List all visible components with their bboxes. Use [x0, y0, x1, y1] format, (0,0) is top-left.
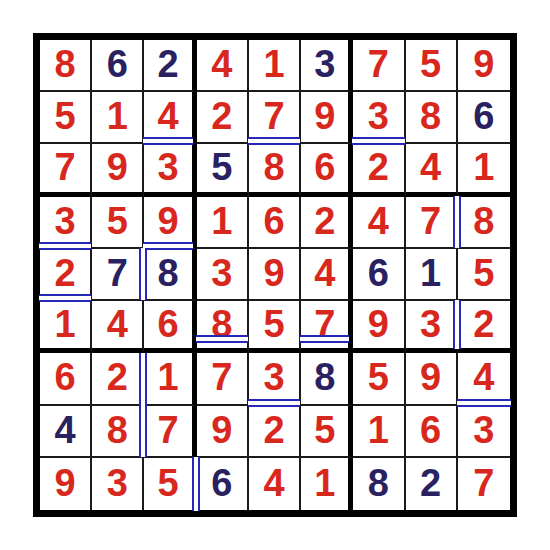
solved-digit: 1	[211, 202, 232, 242]
cell-r6c6[interactable]: 7	[301, 301, 353, 353]
cell-r1c9[interactable]: 9	[458, 40, 510, 92]
given-digit: 6	[473, 97, 494, 137]
solved-digit: 8	[55, 45, 76, 85]
sudoku-board: 8624137595142793867935862413591624782783…	[33, 33, 517, 517]
solved-digit: 8	[107, 411, 128, 451]
solved-digit: 9	[368, 305, 389, 345]
cell-r4c2[interactable]: 5	[92, 197, 144, 249]
cell-r7c6[interactable]: 8	[301, 353, 353, 405]
cell-r7c9[interactable]: 4	[458, 353, 510, 405]
cell-r9c7[interactable]: 8	[353, 458, 405, 510]
solved-digit: 1	[157, 358, 178, 398]
solved-digit: 3	[55, 202, 76, 242]
given-digit: 6	[211, 464, 232, 504]
cell-r8c2[interactable]: 8	[92, 406, 144, 458]
solved-digit: 4	[368, 202, 389, 242]
cell-r9c6[interactable]: 1	[301, 458, 353, 510]
cell-r4c4[interactable]: 1	[197, 197, 249, 249]
cell-r6c8[interactable]: 3	[406, 301, 458, 353]
solved-digit: 3	[157, 148, 178, 188]
cell-r4c3[interactable]: 9	[144, 197, 196, 249]
cell-r1c8[interactable]: 5	[406, 40, 458, 92]
cell-r3c8[interactable]: 4	[406, 144, 458, 196]
cell-r2c7[interactable]: 3	[353, 92, 405, 144]
cell-r8c4[interactable]: 9	[197, 406, 249, 458]
cell-r3c5[interactable]: 8	[249, 144, 301, 196]
solved-digit: 2	[263, 411, 284, 451]
solved-digit: 9	[263, 254, 284, 294]
cell-r2c1[interactable]: 5	[40, 92, 92, 144]
solved-digit: 6	[263, 202, 284, 242]
cell-r2c9[interactable]: 6	[458, 92, 510, 144]
given-digit: 6	[368, 254, 389, 294]
cell-r7c1[interactable]: 6	[40, 353, 92, 405]
cell-r6c7[interactable]: 9	[353, 301, 405, 353]
given-digit: 2	[157, 45, 178, 85]
cell-r8c6[interactable]: 5	[301, 406, 353, 458]
cell-r3c4[interactable]: 5	[197, 144, 249, 196]
solved-digit: 3	[473, 411, 494, 451]
cell-r5c6[interactable]: 4	[301, 249, 353, 301]
solved-digit: 5	[157, 464, 178, 504]
given-digit: 6	[107, 45, 128, 85]
given-digit: 2	[420, 464, 441, 504]
cell-r9c8[interactable]: 2	[406, 458, 458, 510]
solved-digit: 9	[211, 411, 232, 451]
cell-r6c2[interactable]: 4	[92, 301, 144, 353]
cell-r9c3[interactable]: 5	[144, 458, 196, 510]
solved-digit: 6	[420, 411, 441, 451]
solved-digit: 8	[420, 97, 441, 137]
solved-digit: 4	[157, 97, 178, 137]
solved-digit: 7	[368, 45, 389, 85]
cell-r4c8[interactable]: 7	[406, 197, 458, 249]
solved-digit: 2	[55, 254, 76, 294]
solved-digit: 5	[420, 45, 441, 85]
cell-r5c8[interactable]: 1	[406, 249, 458, 301]
cell-r8c5[interactable]: 2	[249, 406, 301, 458]
solved-digit: 5	[473, 254, 494, 294]
solved-digit: 3	[420, 305, 441, 345]
solved-digit: 4	[211, 45, 232, 85]
cell-r1c6[interactable]: 3	[301, 40, 353, 92]
solved-digit: 5	[107, 202, 128, 242]
given-digit: 8	[368, 464, 389, 504]
cell-r1c2[interactable]: 6	[92, 40, 144, 92]
cell-r2c8[interactable]: 8	[406, 92, 458, 144]
solved-digit: 9	[473, 45, 494, 85]
solved-digit: 8	[473, 202, 494, 242]
solved-digit: 9	[157, 202, 178, 242]
cell-r4c5[interactable]: 6	[249, 197, 301, 249]
cell-r8c7[interactable]: 1	[353, 406, 405, 458]
cell-r5c1[interactable]: 2	[40, 249, 92, 301]
solved-digit: 8	[263, 148, 284, 188]
cell-r5c9[interactable]: 5	[458, 249, 510, 301]
cell-r5c2[interactable]: 7	[92, 249, 144, 301]
solved-digit: 3	[211, 254, 232, 294]
solved-digit: 1	[314, 464, 335, 504]
cell-r7c2[interactable]: 2	[92, 353, 144, 405]
cell-r1c3[interactable]: 2	[144, 40, 196, 92]
solved-digit: 9	[314, 97, 335, 137]
cell-r4c9[interactable]: 8	[458, 197, 510, 249]
cell-r1c1[interactable]: 8	[40, 40, 92, 92]
given-digit: 8	[157, 254, 178, 294]
cell-r3c9[interactable]: 1	[458, 144, 510, 196]
cell-r3c1[interactable]: 7	[40, 144, 92, 196]
cell-r2c6[interactable]: 9	[301, 92, 353, 144]
given-digit: 8	[314, 358, 335, 398]
cell-r6c4[interactable]: 8	[197, 301, 249, 353]
solved-digit: 7	[420, 202, 441, 242]
solved-digit: 4	[420, 148, 441, 188]
given-digit: 7	[107, 254, 128, 294]
given-digit: 3	[314, 45, 335, 85]
solved-digit: 4	[314, 254, 335, 294]
solved-digit: 6	[314, 148, 335, 188]
cell-r3c7[interactable]: 2	[353, 144, 405, 196]
cell-r9c1[interactable]: 9	[40, 458, 92, 510]
sudoku-page: 8624137595142793867935862413591624782783…	[0, 0, 550, 550]
cell-r8c3[interactable]: 7	[144, 406, 196, 458]
cell-r3c2[interactable]: 9	[92, 144, 144, 196]
cell-r9c5[interactable]: 4	[249, 458, 301, 510]
solved-digit: 2	[473, 305, 494, 345]
cell-r9c4[interactable]: 6	[197, 458, 249, 510]
cell-r7c4[interactable]: 7	[197, 353, 249, 405]
solved-digit: 3	[368, 97, 389, 137]
solved-digit: 9	[420, 358, 441, 398]
cell-r9c9[interactable]: 7	[458, 458, 510, 510]
given-digit: 1	[420, 254, 441, 294]
cell-r8c8[interactable]: 6	[406, 406, 458, 458]
solved-digit: 8	[211, 305, 232, 345]
cell-r6c3[interactable]: 6	[144, 301, 196, 353]
solved-digit: 9	[107, 148, 128, 188]
solved-digit: 7	[314, 305, 335, 345]
cell-r4c6[interactable]: 2	[301, 197, 353, 249]
cell-r6c9[interactable]: 2	[458, 301, 510, 353]
given-digit: 5	[211, 148, 232, 188]
solved-digit: 1	[368, 411, 389, 451]
solved-digit: 1	[55, 305, 76, 345]
cell-r3c3[interactable]: 3	[144, 144, 196, 196]
cell-r2c2[interactable]: 1	[92, 92, 144, 144]
cell-r1c4[interactable]: 4	[197, 40, 249, 92]
solved-digit: 2	[368, 148, 389, 188]
cell-r4c1[interactable]: 3	[40, 197, 92, 249]
cell-r8c1[interactable]: 4	[40, 406, 92, 458]
cell-r1c5[interactable]: 1	[249, 40, 301, 92]
cell-r2c3[interactable]: 4	[144, 92, 196, 144]
solved-digit: 7	[157, 411, 178, 451]
given-digit: 4	[55, 411, 76, 451]
solved-digit: 7	[211, 358, 232, 398]
solved-digit: 1	[473, 148, 494, 188]
solved-digit: 6	[157, 305, 178, 345]
solved-digit: 6	[55, 358, 76, 398]
cell-r1c7[interactable]: 7	[353, 40, 405, 92]
solved-digit: 4	[107, 305, 128, 345]
cell-r8c9[interactable]: 3	[458, 406, 510, 458]
solved-digit: 5	[263, 305, 284, 345]
solved-digit: 5	[368, 358, 389, 398]
cell-r5c7[interactable]: 6	[353, 249, 405, 301]
cell-r4c7[interactable]: 4	[353, 197, 405, 249]
solved-digit: 2	[314, 202, 335, 242]
cell-r5c3[interactable]: 8	[144, 249, 196, 301]
cell-r5c4[interactable]: 3	[197, 249, 249, 301]
solved-digit: 4	[263, 464, 284, 504]
solved-digit: 5	[55, 97, 76, 137]
cell-r6c1[interactable]: 1	[40, 301, 92, 353]
solved-digit: 1	[107, 97, 128, 137]
cell-r7c8[interactable]: 9	[406, 353, 458, 405]
solved-digit: 2	[211, 97, 232, 137]
solved-digit: 2	[107, 358, 128, 398]
solved-digit: 7	[473, 464, 494, 504]
cell-r3c6[interactable]: 6	[301, 144, 353, 196]
cell-r7c3[interactable]: 1	[144, 353, 196, 405]
solved-digit: 5	[314, 411, 335, 451]
cell-r5c5[interactable]: 9	[249, 249, 301, 301]
cell-r2c5[interactable]: 7	[249, 92, 301, 144]
solved-digit: 7	[263, 97, 284, 137]
solved-digit: 3	[263, 358, 284, 398]
solved-digit: 4	[473, 358, 494, 398]
cell-r2c4[interactable]: 2	[197, 92, 249, 144]
solved-digit: 7	[55, 148, 76, 188]
cell-r6c5[interactable]: 5	[249, 301, 301, 353]
cell-r9c2[interactable]: 3	[92, 458, 144, 510]
solved-digit: 3	[107, 464, 128, 504]
cell-r7c5[interactable]: 3	[249, 353, 301, 405]
cell-r7c7[interactable]: 5	[353, 353, 405, 405]
solved-digit: 1	[263, 45, 284, 85]
solved-digit: 9	[55, 464, 76, 504]
